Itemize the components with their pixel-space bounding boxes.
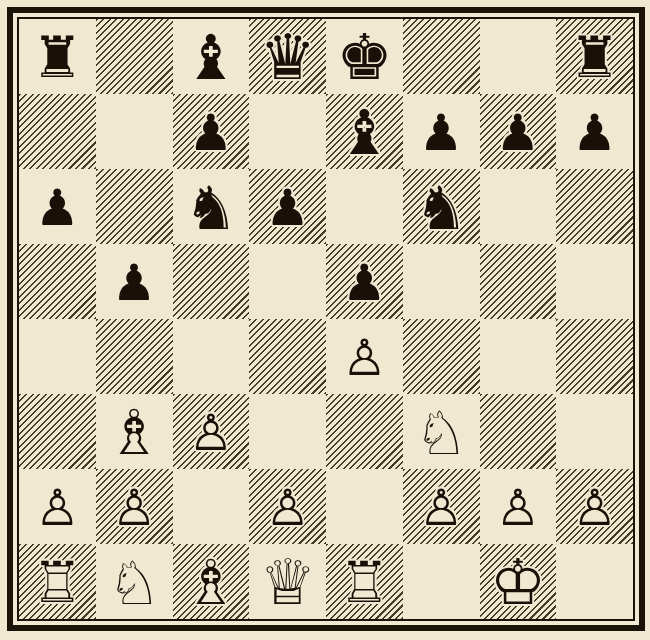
piece-glyph: ♙: [419, 482, 464, 532]
piece-black-pawn: ♟♟: [556, 94, 633, 169]
piece-glyph: ♜: [569, 29, 620, 86]
square-e1[interactable]: ♜♖: [326, 544, 403, 619]
square-d7[interactable]: [249, 94, 326, 169]
piece-glyph: ♘: [414, 402, 468, 462]
square-a8[interactable]: ♜♜: [19, 19, 96, 94]
piece-glyph: ♕: [259, 551, 315, 614]
square-c1[interactable]: ♝♗: [173, 544, 250, 619]
board-outer-frame: ♜♜♝♝♛♛♚♚♜♜♟♟♝♝♟♟♟♟♟♟♟♟♞♞♟♟♞♞♟♟♟♟♟♙♝♗♟♙♞♘…: [7, 7, 645, 631]
square-f5[interactable]: [403, 244, 480, 319]
piece-black-pawn: ♟♟: [173, 94, 250, 169]
piece-glyph: ♙: [495, 482, 540, 532]
square-c3[interactable]: ♟♙: [173, 394, 250, 469]
piece-black-rook: ♜♜: [19, 19, 96, 94]
square-d5[interactable]: [249, 244, 326, 319]
piece-white-pawn: ♟♙: [326, 319, 403, 394]
piece-black-knight: ♞♞: [403, 169, 480, 244]
piece-glyph: ♟: [35, 182, 80, 232]
square-g3[interactable]: [480, 394, 557, 469]
square-a7[interactable]: [19, 94, 96, 169]
square-b4[interactable]: [96, 319, 173, 394]
square-a3[interactable]: [19, 394, 96, 469]
square-a2[interactable]: ♟♙: [19, 469, 96, 544]
square-g6[interactable]: [480, 169, 557, 244]
square-b2[interactable]: ♟♙: [96, 469, 173, 544]
piece-black-bishop: ♝♝: [326, 94, 403, 169]
square-f4[interactable]: [403, 319, 480, 394]
piece-black-pawn: ♟♟: [96, 244, 173, 319]
square-b6[interactable]: [96, 169, 173, 244]
square-g4[interactable]: [480, 319, 557, 394]
square-d6[interactable]: ♟♟: [249, 169, 326, 244]
piece-white-pawn: ♟♙: [19, 469, 96, 544]
square-h1[interactable]: [556, 544, 633, 619]
piece-white-bishop: ♝♗: [173, 544, 250, 619]
chess-board: ♜♜♝♝♛♛♚♚♜♜♟♟♝♝♟♟♟♟♟♟♟♟♞♞♟♟♞♞♟♟♟♟♟♙♝♗♟♙♞♘…: [19, 19, 633, 619]
square-d2[interactable]: ♟♙: [249, 469, 326, 544]
square-b8[interactable]: [96, 19, 173, 94]
piece-glyph: ♙: [188, 407, 233, 457]
piece-black-knight: ♞♞: [173, 169, 250, 244]
square-h8[interactable]: ♜♜: [556, 19, 633, 94]
square-e8[interactable]: ♚♚: [326, 19, 403, 94]
square-g5[interactable]: [480, 244, 557, 319]
square-c5[interactable]: [173, 244, 250, 319]
piece-white-knight: ♞♘: [96, 544, 173, 619]
square-f7[interactable]: ♟♟: [403, 94, 480, 169]
square-d3[interactable]: [249, 394, 326, 469]
board-inner-border: ♜♜♝♝♛♛♚♚♜♜♟♟♝♝♟♟♟♟♟♟♟♟♞♞♟♟♞♞♟♟♟♟♟♙♝♗♟♙♞♘…: [17, 17, 635, 621]
piece-glyph: ♚: [336, 26, 392, 89]
piece-glyph: ♟: [112, 257, 157, 307]
square-d4[interactable]: [249, 319, 326, 394]
square-c8[interactable]: ♝♝: [173, 19, 250, 94]
piece-white-pawn: ♟♙: [480, 469, 557, 544]
square-d8[interactable]: ♛♛: [249, 19, 326, 94]
piece-glyph: ♙: [572, 482, 617, 532]
piece-glyph: ♙: [35, 482, 80, 532]
piece-glyph: ♝: [183, 26, 239, 88]
piece-white-knight: ♞♘: [403, 394, 480, 469]
square-a1[interactable]: ♜♖: [19, 544, 96, 619]
square-f2[interactable]: ♟♙: [403, 469, 480, 544]
square-h5[interactable]: [556, 244, 633, 319]
square-f3[interactable]: ♞♘: [403, 394, 480, 469]
scanned-book-page: ♜♜♝♝♛♛♚♚♜♜♟♟♝♝♟♟♟♟♟♟♟♟♞♞♟♟♞♞♟♟♟♟♟♙♝♗♟♙♞♘…: [0, 0, 650, 640]
piece-white-king: ♚♔: [480, 544, 557, 619]
piece-black-pawn: ♟♟: [249, 169, 326, 244]
piece-white-pawn: ♟♙: [556, 469, 633, 544]
square-e6[interactable]: [326, 169, 403, 244]
piece-black-rook: ♜♜: [556, 19, 633, 94]
piece-white-pawn: ♟♙: [403, 469, 480, 544]
piece-glyph: ♗: [183, 551, 239, 613]
square-e3[interactable]: [326, 394, 403, 469]
piece-black-pawn: ♟♟: [403, 94, 480, 169]
square-h6[interactable]: [556, 169, 633, 244]
square-b3[interactable]: ♝♗: [96, 394, 173, 469]
piece-glyph: ♛: [259, 26, 315, 89]
piece-white-pawn: ♟♙: [249, 469, 326, 544]
square-c4[interactable]: [173, 319, 250, 394]
piece-glyph: ♟: [419, 107, 464, 157]
square-b5[interactable]: ♟♟: [96, 244, 173, 319]
piece-glyph: ♔: [490, 551, 546, 614]
square-g2[interactable]: ♟♙: [480, 469, 557, 544]
piece-glyph: ♖: [339, 554, 390, 611]
square-a6[interactable]: ♟♟: [19, 169, 96, 244]
piece-white-bishop: ♝♗: [96, 394, 173, 469]
piece-black-queen: ♛♛: [249, 19, 326, 94]
square-c2[interactable]: [173, 469, 250, 544]
piece-white-pawn: ♟♙: [96, 469, 173, 544]
square-f1[interactable]: [403, 544, 480, 619]
piece-white-rook: ♜♖: [326, 544, 403, 619]
square-h3[interactable]: [556, 394, 633, 469]
piece-glyph: ♘: [107, 552, 161, 612]
square-e5[interactable]: ♟♟: [326, 244, 403, 319]
piece-glyph: ♖: [32, 554, 83, 611]
piece-white-pawn: ♟♙: [173, 394, 250, 469]
square-e2[interactable]: [326, 469, 403, 544]
square-f6[interactable]: ♞♞: [403, 169, 480, 244]
piece-black-pawn: ♟♟: [326, 244, 403, 319]
piece-glyph: ♙: [265, 482, 310, 532]
square-a5[interactable]: [19, 244, 96, 319]
piece-glyph: ♟: [188, 107, 233, 157]
piece-black-pawn: ♟♟: [480, 94, 557, 169]
piece-glyph: ♗: [106, 401, 162, 463]
piece-glyph: ♟: [495, 107, 540, 157]
square-c6[interactable]: ♞♞: [173, 169, 250, 244]
square-b1[interactable]: ♞♘: [96, 544, 173, 619]
piece-glyph: ♜: [32, 29, 83, 86]
piece-glyph: ♙: [342, 332, 387, 382]
piece-glyph: ♙: [112, 482, 157, 532]
square-c7[interactable]: ♟♟: [173, 94, 250, 169]
piece-white-queen: ♛♕: [249, 544, 326, 619]
piece-black-pawn: ♟♟: [19, 169, 96, 244]
square-h7[interactable]: ♟♟: [556, 94, 633, 169]
square-a4[interactable]: [19, 319, 96, 394]
piece-white-rook: ♜♖: [19, 544, 96, 619]
piece-glyph: ♞: [414, 177, 468, 237]
piece-black-bishop: ♝♝: [173, 19, 250, 94]
square-g1[interactable]: ♚♔: [480, 544, 557, 619]
piece-glyph: ♟: [265, 182, 310, 232]
piece-glyph: ♟: [342, 257, 387, 307]
piece-black-king: ♚♚: [326, 19, 403, 94]
square-g7[interactable]: ♟♟: [480, 94, 557, 169]
square-g8[interactable]: [480, 19, 557, 94]
piece-glyph: ♝: [337, 101, 393, 163]
piece-glyph: ♟: [572, 107, 617, 157]
square-f8[interactable]: [403, 19, 480, 94]
square-d1[interactable]: ♛♕: [249, 544, 326, 619]
square-b7[interactable]: [96, 94, 173, 169]
square-e4[interactable]: ♟♙: [326, 319, 403, 394]
square-e7[interactable]: ♝♝: [326, 94, 403, 169]
square-h2[interactable]: ♟♙: [556, 469, 633, 544]
square-h4[interactable]: [556, 319, 633, 394]
piece-glyph: ♞: [184, 177, 238, 237]
